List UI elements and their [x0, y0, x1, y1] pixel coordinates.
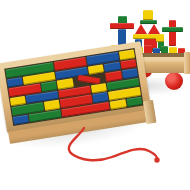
castle-yellow-cube-block	[156, 34, 164, 42]
tray-block-B	[13, 114, 30, 125]
tray-block-Y	[110, 99, 127, 110]
toy-product-photo	[0, 0, 190, 190]
castle-red-roof-block	[148, 24, 160, 34]
castle-green-crossbar-block	[162, 27, 183, 32]
tray-block-G	[126, 96, 143, 107]
castle-yellow-cube-block	[143, 10, 153, 20]
castle-red-post-block	[169, 20, 176, 46]
pull-string-knot	[154, 157, 159, 162]
castle-red-roof-block	[135, 24, 147, 34]
back-wagon-right-end-cap	[184, 52, 190, 74]
tilted-red-block	[78, 75, 101, 84]
